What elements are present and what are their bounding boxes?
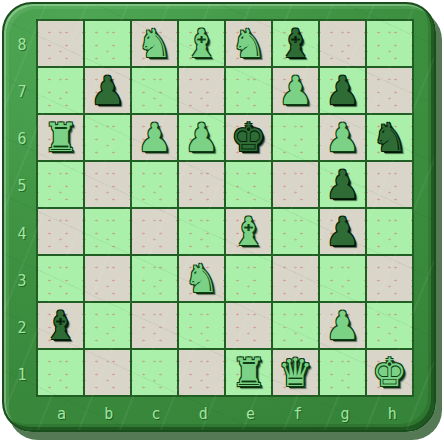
square-d7[interactable]	[179, 68, 224, 113]
piece-white-N-d3[interactable]: ♞	[184, 256, 219, 301]
file-label-g: g	[322, 402, 369, 426]
square-a3[interactable]	[38, 256, 83, 301]
square-c7[interactable]	[132, 68, 177, 113]
square-c8[interactable]: ♞	[132, 21, 177, 66]
piece-white-B-e4[interactable]: ♝	[231, 209, 266, 254]
piece-white-B-d8[interactable]: ♝	[184, 21, 219, 66]
square-a4[interactable]	[38, 209, 83, 254]
square-f3[interactable]	[273, 256, 318, 301]
file-label-b: b	[85, 402, 132, 426]
piece-black-B-a2[interactable]: ♝	[43, 303, 78, 348]
square-f1[interactable]: ♛	[273, 350, 318, 395]
square-d8[interactable]: ♝	[179, 21, 224, 66]
square-c1[interactable]	[132, 350, 177, 395]
square-h2[interactable]	[367, 303, 412, 348]
square-h5[interactable]	[367, 162, 412, 207]
square-d4[interactable]	[179, 209, 224, 254]
square-b5[interactable]	[85, 162, 130, 207]
square-c5[interactable]	[132, 162, 177, 207]
square-d1[interactable]	[179, 350, 224, 395]
file-label-d: d	[180, 402, 227, 426]
square-d6[interactable]: ♟	[179, 115, 224, 160]
square-g4[interactable]: ♟	[320, 209, 365, 254]
rank-labels: 87654321	[10, 21, 34, 399]
rank-label-4: 4	[10, 210, 34, 257]
square-g1[interactable]	[320, 350, 365, 395]
rank-label-7: 7	[10, 68, 34, 115]
square-b6[interactable]	[85, 115, 130, 160]
file-label-h: h	[369, 402, 416, 426]
square-d3[interactable]: ♞	[179, 256, 224, 301]
square-h8[interactable]	[367, 21, 412, 66]
piece-white-P-g2[interactable]: ♟	[325, 303, 360, 348]
square-a2[interactable]: ♝	[38, 303, 83, 348]
piece-white-K-h1[interactable]: ♚	[372, 350, 407, 395]
square-e5[interactable]	[226, 162, 271, 207]
square-f7[interactable]: ♟	[273, 68, 318, 113]
piece-black-P-b7[interactable]: ♟	[90, 68, 125, 113]
rank-label-8: 8	[10, 21, 34, 68]
piece-white-R-a6[interactable]: ♜	[43, 115, 78, 160]
square-b1[interactable]	[85, 350, 130, 395]
file-label-f: f	[274, 402, 321, 426]
square-g2[interactable]: ♟	[320, 303, 365, 348]
square-b4[interactable]	[85, 209, 130, 254]
square-h1[interactable]: ♚	[367, 350, 412, 395]
square-f4[interactable]	[273, 209, 318, 254]
piece-white-N-e8[interactable]: ♞	[231, 21, 266, 66]
piece-black-K-e6[interactable]: ♚	[231, 115, 266, 160]
square-c3[interactable]	[132, 256, 177, 301]
square-e1[interactable]: ♜	[226, 350, 271, 395]
square-h3[interactable]	[367, 256, 412, 301]
square-f6[interactable]	[273, 115, 318, 160]
rank-label-5: 5	[10, 163, 34, 210]
file-label-e: e	[227, 402, 274, 426]
piece-white-P-c6[interactable]: ♟	[137, 115, 172, 160]
square-g5[interactable]: ♟	[320, 162, 365, 207]
rank-label-6: 6	[10, 116, 34, 163]
square-g7[interactable]: ♟	[320, 68, 365, 113]
square-f5[interactable]	[273, 162, 318, 207]
square-c2[interactable]	[132, 303, 177, 348]
square-e4[interactable]: ♝	[226, 209, 271, 254]
square-c4[interactable]	[132, 209, 177, 254]
piece-black-P-g5[interactable]: ♟	[325, 162, 360, 207]
square-d2[interactable]	[179, 303, 224, 348]
file-label-a: a	[38, 402, 85, 426]
piece-black-P-g4[interactable]: ♟	[325, 209, 360, 254]
square-a1[interactable]	[38, 350, 83, 395]
rank-label-3: 3	[10, 257, 34, 304]
square-h4[interactable]	[367, 209, 412, 254]
piece-black-P-g7[interactable]: ♟	[325, 68, 360, 113]
piece-white-P-d6[interactable]: ♟	[184, 115, 219, 160]
square-b2[interactable]	[85, 303, 130, 348]
square-f2[interactable]	[273, 303, 318, 348]
piece-black-N-h6[interactable]: ♞	[372, 115, 407, 160]
rank-label-2: 2	[10, 305, 34, 352]
square-e8[interactable]: ♞	[226, 21, 271, 66]
file-labels: abcdefgh	[38, 402, 416, 426]
piece-white-R-e1[interactable]: ♜	[231, 350, 266, 395]
rank-label-1: 1	[10, 352, 34, 399]
board-frame: 87654321 ♞♝♞♝♟♟♟♜♟♟♚♟♞♟♝♟♞♝♟♜♛♚ abcdefgh	[2, 2, 436, 432]
file-label-c: c	[133, 402, 180, 426]
square-g3[interactable]	[320, 256, 365, 301]
square-g6[interactable]: ♟	[320, 115, 365, 160]
square-a8[interactable]	[38, 21, 83, 66]
square-e6[interactable]: ♚	[226, 115, 271, 160]
board-grid: ♞♝♞♝♟♟♟♜♟♟♚♟♞♟♝♟♞♝♟♜♛♚	[36, 19, 414, 397]
square-b3[interactable]	[85, 256, 130, 301]
square-h7[interactable]	[367, 68, 412, 113]
square-c6[interactable]: ♟	[132, 115, 177, 160]
square-a6[interactable]: ♜	[38, 115, 83, 160]
piece-white-P-g6[interactable]: ♟	[325, 115, 360, 160]
square-e7[interactable]	[226, 68, 271, 113]
square-a7[interactable]	[38, 68, 83, 113]
piece-white-P-f7[interactable]: ♟	[278, 68, 313, 113]
square-b7[interactable]: ♟	[85, 68, 130, 113]
square-e3[interactable]	[226, 256, 271, 301]
square-g8[interactable]	[320, 21, 365, 66]
square-a5[interactable]	[38, 162, 83, 207]
piece-white-Q-f1[interactable]: ♛	[278, 350, 313, 395]
square-f8[interactable]: ♝	[273, 21, 318, 66]
piece-white-N-c8[interactable]: ♞	[137, 21, 172, 66]
square-d5[interactable]	[179, 162, 224, 207]
piece-black-B-f8[interactable]: ♝	[278, 21, 313, 66]
square-b8[interactable]	[85, 21, 130, 66]
square-h6[interactable]: ♞	[367, 115, 412, 160]
square-e2[interactable]	[226, 303, 271, 348]
